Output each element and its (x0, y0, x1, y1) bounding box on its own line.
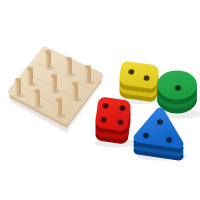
green-circle-stack-top-face (157, 71, 197, 100)
peg-hole (143, 133, 149, 138)
peg-top (56, 98, 62, 101)
peg-top (85, 65, 91, 68)
peg-hole (175, 85, 181, 90)
peg-top (66, 57, 72, 60)
peg-top (34, 89, 40, 92)
scene-canvas (0, 0, 200, 200)
peg-top (15, 78, 21, 81)
peg-shaft (27, 69, 33, 85)
peg-top (27, 67, 33, 70)
peg-top (51, 74, 57, 77)
toy-product-photo (0, 0, 200, 200)
peg-shaft (51, 76, 57, 92)
peg-top (45, 50, 51, 53)
peg-hole (157, 119, 163, 124)
peg-shaft (66, 59, 72, 75)
peg-shaft (85, 67, 91, 83)
peg-hole (166, 137, 172, 142)
peg-top (72, 82, 78, 85)
peg-shaft (45, 52, 51, 68)
red-square-stack-top-face (95, 96, 132, 131)
peg-shaft (15, 80, 21, 96)
peg-shaft (34, 91, 40, 107)
peg-shaft (72, 84, 78, 100)
peg-shaft (56, 100, 62, 116)
